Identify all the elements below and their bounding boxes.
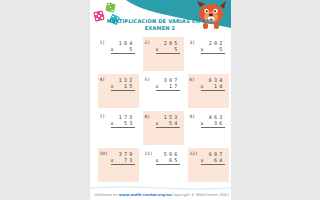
footer-visit-text: Visítanos en www.math-center.org/es — [95, 192, 172, 197]
problem-number: 8) — [145, 114, 150, 119]
problem-number: 9) — [190, 114, 195, 119]
multiplication-work: 379 x73 — [111, 151, 135, 177]
multiply-sign: x — [111, 157, 114, 163]
multiplier: 5 — [129, 46, 134, 52]
visit-prefix: Visítanos en — [95, 192, 119, 197]
problem-cell-9: 9) 463 x36 — [188, 111, 229, 145]
header: MULTIPLICACIÓN DE VARIAS CIFRAS EXAMEN 2 — [90, 0, 231, 36]
title-line2: EXAMEN 2 — [100, 25, 221, 32]
answer-space — [111, 54, 135, 66]
multiplication-work: 173 x53 — [111, 114, 135, 140]
problem-cell-6: 6) 634 x14 — [188, 74, 229, 108]
multiplication-work: 307 x17 — [156, 77, 180, 103]
problem-cell-1: 1) 184 x5 — [98, 37, 139, 71]
multiplication-work: 205 x5 — [156, 40, 180, 66]
multiplier: 5 — [174, 46, 179, 52]
multiply-sign: x — [111, 120, 114, 126]
multiplier: 15 — [124, 83, 134, 89]
multiplication-work: 687 x64 — [201, 151, 225, 177]
problem-number: 1) — [100, 40, 105, 45]
multiply-sign: x — [156, 46, 159, 52]
problem-number: 2) — [145, 40, 150, 45]
answer-space — [201, 165, 225, 177]
problem-number: 3) — [190, 40, 195, 45]
multiply-sign: x — [156, 157, 159, 163]
problem-cell-7: 7) 173 x53 — [98, 111, 139, 145]
answer-space — [201, 91, 225, 103]
multiplication-work: 596 x65 — [156, 151, 180, 177]
multiply-sign: x — [156, 120, 159, 126]
problem-number: 12) — [190, 151, 198, 156]
multiplier: 54 — [169, 120, 179, 126]
title-line1: MULTIPLICACIÓN DE VARIAS CIFRAS — [100, 18, 221, 25]
problem-cell-3: 3) 202 x5 — [188, 37, 229, 71]
multiply-sign: x — [201, 46, 204, 52]
problems-grid: 1) 184 x5 2) 205 x5 3) 202 x5 4) — [98, 37, 229, 182]
problem-cell-5: 5) 307 x17 — [143, 74, 184, 108]
multiply-sign: x — [201, 120, 204, 126]
problem-cell-4: 4) 132 x15 — [98, 74, 139, 108]
multiplier: 14 — [214, 83, 224, 89]
multiplier: 17 — [169, 83, 179, 89]
problem-number: 10) — [100, 151, 108, 156]
multiplier: 73 — [124, 157, 134, 163]
multiplier: 36 — [214, 120, 224, 126]
website-link[interactable]: www.math-center.org/es — [119, 192, 171, 197]
multiplication-work: 184 x5 — [111, 40, 135, 66]
answer-space — [156, 91, 180, 103]
answer-space — [111, 91, 135, 103]
multiplier: 5 — [219, 46, 224, 52]
answer-space — [156, 54, 180, 66]
problem-cell-10: 10) 379 x73 — [98, 148, 139, 182]
problem-cell-8: 8) 153 x54 — [143, 111, 184, 145]
worksheet-page: MULTIPLICACIÓN DE VARIAS CIFRAS EXAMEN 2… — [90, 0, 231, 200]
multiply-sign: x — [156, 83, 159, 89]
problem-number: 6) — [190, 77, 195, 82]
footer: Visítanos en www.math-center.org/es Copy… — [90, 190, 231, 198]
multiplier: 65 — [169, 157, 179, 163]
answer-space — [111, 165, 135, 177]
answer-space — [201, 54, 225, 66]
multiplication-work: 634 x14 — [201, 77, 225, 103]
multiplication-work: 132 x15 — [111, 77, 135, 103]
problem-number: 4) — [100, 77, 105, 82]
multiplication-work: 202 x5 — [201, 40, 225, 66]
problem-number: 5) — [145, 77, 150, 82]
multiply-sign: x — [111, 83, 114, 89]
problem-number: 7) — [100, 114, 105, 119]
copyright-text: Copyright © MathCenter 2021 — [171, 192, 229, 197]
problem-cell-2: 2) 205 x5 — [143, 37, 184, 71]
problem-cell-12: 12) 687 x64 — [188, 148, 229, 182]
multiplier: 53 — [124, 120, 134, 126]
multiply-sign: x — [111, 46, 114, 52]
answer-space — [156, 165, 180, 177]
answer-space — [111, 128, 135, 140]
multiplication-work: 153 x54 — [156, 114, 180, 140]
page-title: MULTIPLICACIÓN DE VARIAS CIFRAS EXAMEN 2 — [100, 18, 221, 31]
multiply-sign: x — [201, 157, 204, 163]
answer-space — [201, 128, 225, 140]
problem-cell-11: 11) 596 x65 — [143, 148, 184, 182]
answer-space — [156, 128, 180, 140]
multiplier: 64 — [214, 157, 224, 163]
multiply-sign: x — [201, 83, 204, 89]
problem-number: 11) — [145, 151, 153, 156]
multiplication-work: 463 x36 — [201, 114, 225, 140]
